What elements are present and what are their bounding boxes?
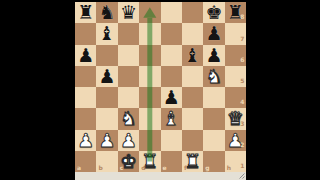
coord-file-a: a (77, 165, 81, 171)
square-d8[interactable] (139, 2, 160, 23)
piece-black-pawn[interactable]: ♟ (96, 66, 117, 87)
square-g6[interactable]: ♟ (203, 45, 224, 66)
square-b6[interactable] (96, 45, 117, 66)
square-c6[interactable] (118, 45, 139, 66)
square-a5[interactable] (75, 66, 96, 87)
square-h8[interactable]: ♜8 (225, 2, 246, 23)
square-b3[interactable] (96, 108, 117, 129)
square-b8[interactable]: ♞ (96, 2, 117, 23)
square-e2[interactable] (161, 130, 182, 151)
coord-rank-1: 1 (240, 163, 244, 169)
coord-file-b: b (98, 165, 102, 171)
square-h5[interactable]: 5 (225, 66, 246, 87)
square-h6[interactable]: 6 (225, 45, 246, 66)
square-g7[interactable]: ♟ (203, 23, 224, 44)
piece-white-pawn[interactable]: ♟ (118, 130, 139, 151)
square-f4[interactable] (182, 87, 203, 108)
coord-file-c: c (120, 165, 124, 171)
square-a6[interactable]: ♟ (75, 45, 96, 66)
square-a4[interactable] (75, 87, 96, 108)
square-c8[interactable]: ♛ (118, 2, 139, 23)
square-e3[interactable]: ♝ (161, 108, 182, 129)
square-g2[interactable] (203, 130, 224, 151)
coord-file-h: h (227, 165, 231, 171)
square-b2[interactable]: ♟ (96, 130, 117, 151)
piece-black-queen[interactable]: ♛ (118, 2, 139, 23)
square-c2[interactable]: ♟ (118, 130, 139, 151)
square-b4[interactable] (96, 87, 117, 108)
square-h1[interactable]: h1 (225, 151, 246, 172)
square-a3[interactable] (75, 108, 96, 129)
square-h3[interactable]: ♛3 (225, 108, 246, 129)
square-e4[interactable]: ♟ (161, 87, 182, 108)
square-c4[interactable] (118, 87, 139, 108)
square-f3[interactable] (182, 108, 203, 129)
piece-black-pawn[interactable]: ♟ (203, 23, 224, 44)
square-d4[interactable] (139, 87, 160, 108)
coord-rank-6: 6 (240, 57, 244, 63)
piece-white-pawn[interactable]: ♟ (96, 130, 117, 151)
square-f1[interactable]: ♜f (182, 151, 203, 172)
square-f2[interactable] (182, 130, 203, 151)
square-c5[interactable] (118, 66, 139, 87)
piece-black-bishop[interactable]: ♝ (96, 23, 117, 44)
square-f8[interactable] (182, 2, 203, 23)
coord-file-f: f (184, 165, 187, 171)
square-f5[interactable] (182, 66, 203, 87)
square-e7[interactable] (161, 23, 182, 44)
piece-white-pawn[interactable]: ♟ (75, 130, 96, 151)
coord-rank-8: 8 (240, 14, 244, 20)
square-b5[interactable]: ♟ (96, 66, 117, 87)
chess-board[interactable]: ♜♞♛♚♜8♝♟7♟♝♟6♟♞5♟4♞♝♛3♟♟♟♟2ab♚c♜de♜fgh1 (75, 2, 246, 172)
resize-handle-lines (240, 174, 245, 179)
square-g8[interactable]: ♚ (203, 2, 224, 23)
stage: ♜♞♛♚♜8♝♟7♟♝♟6♟♞5♟4♞♝♛3♟♟♟♟2ab♚c♜de♜fgh1 (0, 0, 320, 180)
piece-black-pawn[interactable]: ♟ (203, 45, 224, 66)
square-g1[interactable]: g (203, 151, 224, 172)
square-e5[interactable] (161, 66, 182, 87)
piece-white-bishop[interactable]: ♝ (161, 108, 182, 129)
square-a2[interactable]: ♟ (75, 130, 96, 151)
square-a1[interactable]: a (75, 151, 96, 172)
coord-rank-5: 5 (240, 78, 244, 84)
piece-black-bishop[interactable]: ♝ (182, 45, 203, 66)
coord-rank-3: 3 (240, 121, 244, 127)
square-a8[interactable]: ♜ (75, 2, 96, 23)
square-f6[interactable]: ♝ (182, 45, 203, 66)
square-e6[interactable] (161, 45, 182, 66)
coord-rank-4: 4 (240, 99, 244, 105)
piece-black-king[interactable]: ♚ (203, 2, 224, 23)
square-b1[interactable]: b (96, 151, 117, 172)
resize-handle-icon[interactable] (238, 172, 246, 180)
board-footer-strip (75, 172, 246, 180)
square-d2[interactable] (139, 130, 160, 151)
piece-white-knight[interactable]: ♞ (203, 66, 224, 87)
square-g3[interactable] (203, 108, 224, 129)
square-g4[interactable] (203, 87, 224, 108)
square-d5[interactable] (139, 66, 160, 87)
square-g5[interactable]: ♞ (203, 66, 224, 87)
piece-black-pawn[interactable]: ♟ (75, 45, 96, 66)
piece-white-knight[interactable]: ♞ (118, 108, 139, 129)
coord-file-d: d (141, 165, 145, 171)
square-c3[interactable]: ♞ (118, 108, 139, 129)
square-h4[interactable]: 4 (225, 87, 246, 108)
piece-black-knight[interactable]: ♞ (96, 2, 117, 23)
piece-black-pawn[interactable]: ♟ (161, 87, 182, 108)
square-h7[interactable]: 7 (225, 23, 246, 44)
coord-file-g: g (205, 165, 209, 171)
square-e1[interactable]: e (161, 151, 182, 172)
square-a7[interactable] (75, 23, 96, 44)
square-d1[interactable]: ♜d (139, 151, 160, 172)
coord-rank-2: 2 (240, 142, 244, 148)
square-e8[interactable] (161, 2, 182, 23)
square-f7[interactable] (182, 23, 203, 44)
square-d6[interactable] (139, 45, 160, 66)
square-b7[interactable]: ♝ (96, 23, 117, 44)
coord-file-e: e (163, 165, 167, 171)
square-h2[interactable]: ♟2 (225, 130, 246, 151)
square-c1[interactable]: ♚c (118, 151, 139, 172)
square-c7[interactable] (118, 23, 139, 44)
square-d3[interactable] (139, 108, 160, 129)
coord-rank-7: 7 (240, 36, 244, 42)
piece-black-rook[interactable]: ♜ (75, 2, 96, 23)
square-d7[interactable] (139, 23, 160, 44)
